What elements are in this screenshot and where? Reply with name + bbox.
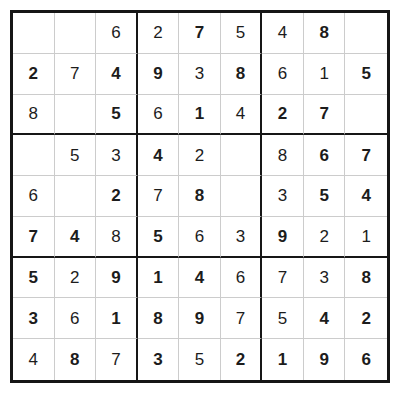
sudoku-cell-r1c7[interactable]: 4 — [262, 13, 304, 54]
sudoku-cell-r2c1[interactable]: 2 — [13, 54, 55, 95]
sudoku-cell-r1c5[interactable]: 7 — [179, 13, 221, 54]
sudoku-cell-r6c7[interactable]: 9 — [262, 217, 304, 258]
sudoku-cell-r8c5[interactable]: 9 — [179, 298, 221, 339]
sudoku-cell-r6c6[interactable]: 3 — [221, 217, 263, 258]
sudoku-cell-r3c9[interactable] — [345, 95, 387, 136]
sudoku-cell-r7c9[interactable]: 8 — [345, 258, 387, 299]
sudoku-cell-r3c2[interactable] — [55, 95, 97, 136]
sudoku-cell-r7c7[interactable]: 7 — [262, 258, 304, 299]
sudoku-cell-r5c5[interactable]: 8 — [179, 176, 221, 217]
sudoku-cell-r8c4[interactable]: 8 — [138, 298, 180, 339]
sudoku-cell-r1c1[interactable] — [13, 13, 55, 54]
sudoku-cell-r7c6[interactable]: 6 — [221, 258, 263, 299]
sudoku-cell-r9c8[interactable]: 9 — [304, 339, 346, 380]
sudoku-cell-r2c5[interactable]: 3 — [179, 54, 221, 95]
sudoku-cell-r4c2[interactable]: 5 — [55, 135, 97, 176]
sudoku-cell-r8c1[interactable]: 3 — [13, 298, 55, 339]
sudoku-cell-r1c6[interactable]: 5 — [221, 13, 263, 54]
sudoku-cell-r9c2[interactable]: 8 — [55, 339, 97, 380]
sudoku-cell-r8c3[interactable]: 1 — [96, 298, 138, 339]
sudoku-cell-r6c3[interactable]: 8 — [96, 217, 138, 258]
sudoku-cell-r5c1[interactable]: 6 — [13, 176, 55, 217]
sudoku-cell-r8c2[interactable]: 6 — [55, 298, 97, 339]
sudoku-cell-r8c6[interactable]: 7 — [221, 298, 263, 339]
sudoku-cell-r3c5[interactable]: 1 — [179, 95, 221, 136]
sudoku-cell-r3c4[interactable]: 6 — [138, 95, 180, 136]
sudoku-cell-r8c7[interactable]: 5 — [262, 298, 304, 339]
sudoku-cell-r5c7[interactable]: 3 — [262, 176, 304, 217]
sudoku-cell-r5c4[interactable]: 7 — [138, 176, 180, 217]
sudoku-cell-r2c9[interactable]: 5 — [345, 54, 387, 95]
sudoku-cell-r7c8[interactable]: 3 — [304, 258, 346, 299]
sudoku-cell-r2c8[interactable]: 1 — [304, 54, 346, 95]
sudoku-cell-r3c3[interactable]: 5 — [96, 95, 138, 136]
sudoku-cell-r4c7[interactable]: 8 — [262, 135, 304, 176]
sudoku-cell-r6c1[interactable]: 7 — [13, 217, 55, 258]
sudoku-cell-r4c8[interactable]: 6 — [304, 135, 346, 176]
sudoku-cell-r4c5[interactable]: 2 — [179, 135, 221, 176]
sudoku-cell-r4c4[interactable]: 4 — [138, 135, 180, 176]
sudoku-cell-r6c9[interactable]: 1 — [345, 217, 387, 258]
sudoku-cell-r4c6[interactable] — [221, 135, 263, 176]
sudoku-cell-r4c9[interactable]: 7 — [345, 135, 387, 176]
sudoku-cell-r9c9[interactable]: 6 — [345, 339, 387, 380]
sudoku-cell-r7c4[interactable]: 1 — [138, 258, 180, 299]
sudoku-cell-r5c2[interactable] — [55, 176, 97, 217]
sudoku-page: 6275482749386158561427534286762783547485… — [0, 0, 400, 400]
sudoku-cell-r6c8[interactable]: 2 — [304, 217, 346, 258]
sudoku-cell-r3c8[interactable]: 7 — [304, 95, 346, 136]
sudoku-cell-r5c3[interactable]: 2 — [96, 176, 138, 217]
sudoku-cell-r2c4[interactable]: 9 — [138, 54, 180, 95]
sudoku-cell-r9c4[interactable]: 3 — [138, 339, 180, 380]
sudoku-cell-r4c1[interactable] — [13, 135, 55, 176]
sudoku-cell-r5c6[interactable] — [221, 176, 263, 217]
sudoku-cell-r9c6[interactable]: 2 — [221, 339, 263, 380]
sudoku-cell-r2c3[interactable]: 4 — [96, 54, 138, 95]
sudoku-cell-r9c3[interactable]: 7 — [96, 339, 138, 380]
sudoku-cell-r2c6[interactable]: 8 — [221, 54, 263, 95]
sudoku-board: 6275482749386158561427534286762783547485… — [10, 10, 390, 383]
sudoku-cell-r1c4[interactable]: 2 — [138, 13, 180, 54]
sudoku-cell-r9c7[interactable]: 1 — [262, 339, 304, 380]
sudoku-cell-r7c3[interactable]: 9 — [96, 258, 138, 299]
sudoku-cell-r6c5[interactable]: 6 — [179, 217, 221, 258]
sudoku-cell-r5c8[interactable]: 5 — [304, 176, 346, 217]
sudoku-cell-r2c7[interactable]: 6 — [262, 54, 304, 95]
sudoku-cell-r1c9[interactable] — [345, 13, 387, 54]
sudoku-cell-r1c8[interactable]: 8 — [304, 13, 346, 54]
sudoku-cell-r3c1[interactable]: 8 — [13, 95, 55, 136]
sudoku-cell-r9c1[interactable]: 4 — [13, 339, 55, 380]
sudoku-cell-r7c5[interactable]: 4 — [179, 258, 221, 299]
sudoku-cell-r3c7[interactable]: 2 — [262, 95, 304, 136]
sudoku-cell-r7c2[interactable]: 2 — [55, 258, 97, 299]
sudoku-cell-r2c2[interactable]: 7 — [55, 54, 97, 95]
sudoku-cell-r6c4[interactable]: 5 — [138, 217, 180, 258]
sudoku-cell-r8c8[interactable]: 4 — [304, 298, 346, 339]
sudoku-cell-r7c1[interactable]: 5 — [13, 258, 55, 299]
sudoku-cell-r6c2[interactable]: 4 — [55, 217, 97, 258]
sudoku-cell-r9c5[interactable]: 5 — [179, 339, 221, 380]
sudoku-cell-r5c9[interactable]: 4 — [345, 176, 387, 217]
sudoku-cell-r1c3[interactable]: 6 — [96, 13, 138, 54]
sudoku-cell-r4c3[interactable]: 3 — [96, 135, 138, 176]
sudoku-cell-r8c9[interactable]: 2 — [345, 298, 387, 339]
sudoku-cell-r1c2[interactable] — [55, 13, 97, 54]
sudoku-cell-r3c6[interactable]: 4 — [221, 95, 263, 136]
